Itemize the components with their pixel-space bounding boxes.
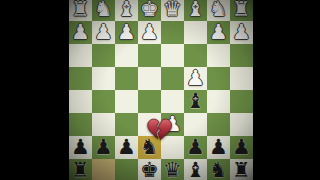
white-pawn-f2[interactable]: ♟	[117, 21, 136, 44]
white-knight-g1[interactable]: ♞	[94, 0, 113, 21]
square-f2[interactable]: ♟	[115, 21, 138, 44]
square-f7[interactable]: ♟	[115, 136, 138, 159]
square-e3[interactable]	[138, 44, 161, 67]
white-pawn-g2[interactable]: ♟	[94, 21, 113, 44]
square-h6[interactable]	[69, 113, 92, 136]
square-c7[interactable]: ♟	[184, 136, 207, 159]
black-pawn-a7[interactable]: ♟	[232, 136, 251, 159]
square-d5[interactable]	[161, 90, 184, 113]
square-c8[interactable]: ♝	[184, 159, 207, 180]
square-e5[interactable]	[138, 90, 161, 113]
square-e8[interactable]: ♚	[138, 159, 161, 180]
square-h3[interactable]	[69, 44, 92, 67]
square-b6[interactable]	[207, 113, 230, 136]
square-a4[interactable]	[230, 67, 253, 90]
white-king-e1[interactable]: ♚	[140, 0, 159, 21]
white-rook-h1[interactable]: ♜	[71, 0, 90, 21]
square-a8[interactable]: ♜	[230, 159, 253, 180]
right-letterbox	[253, 0, 320, 180]
black-bishop-c5[interactable]: ♝	[186, 90, 205, 113]
square-b5[interactable]	[207, 90, 230, 113]
square-c3[interactable]	[184, 44, 207, 67]
square-b4[interactable]	[207, 67, 230, 90]
square-b1[interactable]: ♞	[207, 0, 230, 21]
square-h7[interactable]: ♟	[69, 136, 92, 159]
square-f5[interactable]	[115, 90, 138, 113]
square-f3[interactable]	[115, 44, 138, 67]
left-letterbox	[0, 0, 69, 180]
square-a6[interactable]	[230, 113, 253, 136]
white-pawn-b2[interactable]: ♟	[209, 21, 228, 44]
white-bishop-f1[interactable]: ♝	[117, 0, 136, 21]
square-c4[interactable]: ♟	[184, 67, 207, 90]
black-pawn-g7[interactable]: ♟	[94, 136, 113, 159]
square-d8[interactable]: ♛	[161, 159, 184, 180]
square-f8[interactable]	[115, 159, 138, 180]
white-pawn-a2[interactable]: ♟	[232, 21, 251, 44]
square-h4[interactable]	[69, 67, 92, 90]
black-queen-d8[interactable]: ♛	[163, 159, 182, 180]
square-a2[interactable]: ♟	[230, 21, 253, 44]
black-pawn-b7[interactable]: ♟	[209, 136, 228, 159]
square-b3[interactable]	[207, 44, 230, 67]
white-pawn-c4[interactable]: ♟	[186, 67, 205, 90]
square-a7[interactable]: ♟	[230, 136, 253, 159]
white-knight-b1[interactable]: ♞	[209, 0, 228, 21]
square-b8[interactable]: ♞	[207, 159, 230, 180]
square-g1[interactable]: ♞	[92, 0, 115, 21]
square-g3[interactable]	[92, 44, 115, 67]
white-pawn-e2[interactable]: ♟	[140, 21, 159, 44]
square-a5[interactable]	[230, 90, 253, 113]
black-rook-h8[interactable]: ♜	[71, 159, 90, 180]
square-h2[interactable]: ♟	[69, 21, 92, 44]
square-a1[interactable]: ♜	[230, 0, 253, 21]
square-c2[interactable]	[184, 21, 207, 44]
square-f1[interactable]: ♝	[115, 0, 138, 21]
square-c6[interactable]	[184, 113, 207, 136]
white-pawn-h2[interactable]: ♟	[71, 21, 90, 44]
black-pawn-h7[interactable]: ♟	[71, 136, 90, 159]
square-h8[interactable]: ♜	[69, 159, 92, 180]
square-g2[interactable]: ♟	[92, 21, 115, 44]
square-b2[interactable]: ♟	[207, 21, 230, 44]
square-h1[interactable]: ♜	[69, 0, 92, 21]
square-d2[interactable]	[161, 21, 184, 44]
square-h5[interactable]	[69, 90, 92, 113]
square-g4[interactable]	[92, 67, 115, 90]
square-e1[interactable]: ♚	[138, 0, 161, 21]
square-a3[interactable]	[230, 44, 253, 67]
broken-heart-icon	[146, 116, 173, 142]
chess-board: ♜♞♝♚♛♝♞♜♟♟♟♟♟♟♟♝♟♟♟♟♞♟♟♟♜♚♛♝♞♜	[69, 0, 253, 180]
square-g7[interactable]: ♟	[92, 136, 115, 159]
white-rook-a1[interactable]: ♜	[232, 0, 251, 21]
square-d3[interactable]	[161, 44, 184, 67]
square-g8[interactable]	[92, 159, 115, 180]
white-bishop-c1[interactable]: ♝	[186, 0, 205, 21]
square-e2[interactable]: ♟	[138, 21, 161, 44]
square-d4[interactable]	[161, 67, 184, 90]
square-f6[interactable]	[115, 113, 138, 136]
square-d1[interactable]: ♛	[161, 0, 184, 21]
black-king-e8[interactable]: ♚	[140, 159, 159, 180]
black-pawn-c7[interactable]: ♟	[186, 136, 205, 159]
square-e4[interactable]	[138, 67, 161, 90]
black-rook-a8[interactable]: ♜	[232, 159, 251, 180]
square-g6[interactable]	[92, 113, 115, 136]
black-pawn-f7[interactable]: ♟	[117, 136, 136, 159]
square-c1[interactable]: ♝	[184, 0, 207, 21]
white-queen-d1[interactable]: ♛	[163, 0, 182, 21]
black-bishop-c8[interactable]: ♝	[186, 159, 205, 180]
square-c5[interactable]: ♝	[184, 90, 207, 113]
video-frame: ♜♞♝♚♛♝♞♜♟♟♟♟♟♟♟♝♟♟♟♟♞♟♟♟♜♚♛♝♞♜	[0, 0, 320, 180]
black-knight-b8[interactable]: ♞	[209, 159, 228, 180]
square-f4[interactable]	[115, 67, 138, 90]
square-g5[interactable]	[92, 90, 115, 113]
square-b7[interactable]: ♟	[207, 136, 230, 159]
